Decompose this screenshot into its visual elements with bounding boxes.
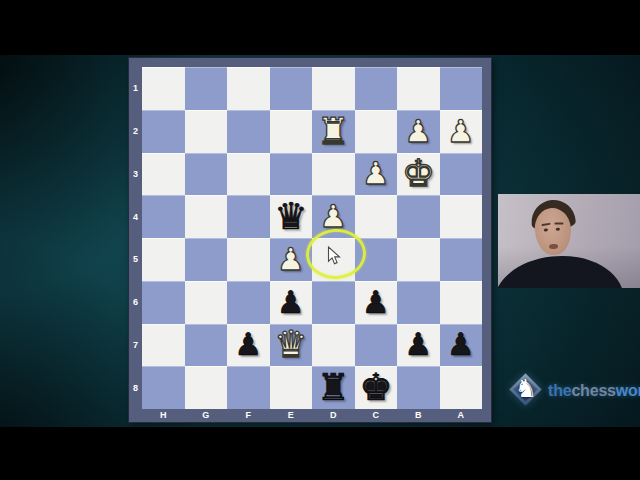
piece-black-king-c8[interactable]: ♚ xyxy=(359,369,392,406)
square-f2[interactable] xyxy=(227,110,270,153)
square-e8[interactable] xyxy=(270,366,313,409)
rank-label-6: 6 xyxy=(129,281,142,324)
square-h5[interactable] xyxy=(142,238,185,281)
brand-word-world: world xyxy=(616,382,640,399)
piece-white-pawn-d4[interactable]: ♟ xyxy=(319,201,347,232)
presenter-eyebrow xyxy=(554,223,563,225)
square-h7[interactable] xyxy=(142,324,185,367)
square-f4[interactable] xyxy=(227,195,270,238)
square-d8[interactable]: ♜ xyxy=(312,366,355,409)
piece-white-pawn-a2[interactable]: ♟ xyxy=(447,116,475,147)
rank-label-7: 7 xyxy=(129,324,142,367)
square-f3[interactable] xyxy=(227,153,270,196)
square-e6[interactable]: ♟ xyxy=(270,281,313,324)
square-c8[interactable]: ♚ xyxy=(355,366,398,409)
file-label-e: E xyxy=(270,409,313,422)
presenter-eye xyxy=(556,228,560,231)
square-c2[interactable] xyxy=(355,110,398,153)
rank-label-5: 5 xyxy=(129,238,142,281)
square-b6[interactable] xyxy=(397,281,440,324)
square-g6[interactable] xyxy=(185,281,228,324)
video-frame: 12345678 HGFEDCBA ♜♟♟♟♚♛♟♟♟♟♟♛♟♟♜♚ ♞ the… xyxy=(0,0,640,480)
square-c1[interactable] xyxy=(355,67,398,110)
presenter-eyebrow xyxy=(541,223,550,227)
file-label-a: A xyxy=(440,409,483,422)
square-d6[interactable] xyxy=(312,281,355,324)
brand-wordmark: thechessworld xyxy=(548,382,640,400)
square-h2[interactable] xyxy=(142,110,185,153)
square-a4[interactable] xyxy=(440,195,483,238)
square-d3[interactable] xyxy=(312,153,355,196)
webcam-video xyxy=(498,194,640,288)
square-g4[interactable] xyxy=(185,195,228,238)
piece-black-pawn-a7[interactable]: ♟ xyxy=(447,329,475,360)
square-g5[interactable] xyxy=(185,238,228,281)
square-g8[interactable] xyxy=(185,366,228,409)
square-b1[interactable] xyxy=(397,67,440,110)
square-f5[interactable] xyxy=(227,238,270,281)
square-g7[interactable] xyxy=(185,324,228,367)
square-e1[interactable] xyxy=(270,67,313,110)
piece-black-pawn-c6[interactable]: ♟ xyxy=(362,287,390,318)
piece-white-pawn-c3[interactable]: ♟ xyxy=(362,158,390,189)
square-d7[interactable] xyxy=(312,324,355,367)
square-h1[interactable] xyxy=(142,67,185,110)
rank-label-8: 8 xyxy=(129,366,142,409)
piece-white-pawn-b2[interactable]: ♟ xyxy=(404,116,432,147)
piece-black-pawn-b7[interactable]: ♟ xyxy=(404,329,432,360)
square-d2[interactable]: ♜ xyxy=(312,110,355,153)
piece-black-pawn-f7[interactable]: ♟ xyxy=(234,329,262,360)
presenter-mouth xyxy=(549,244,558,250)
piece-white-pawn-e5[interactable]: ♟ xyxy=(277,244,305,275)
square-g3[interactable] xyxy=(185,153,228,196)
square-c3[interactable]: ♟ xyxy=(355,153,398,196)
square-c6[interactable]: ♟ xyxy=(355,281,398,324)
square-b2[interactable]: ♟ xyxy=(397,110,440,153)
square-c7[interactable] xyxy=(355,324,398,367)
file-label-c: C xyxy=(355,409,398,422)
mouse-cursor xyxy=(327,246,341,266)
square-a6[interactable] xyxy=(440,281,483,324)
square-e3[interactable] xyxy=(270,153,313,196)
piece-white-queen-e7[interactable]: ♛ xyxy=(274,326,307,363)
rank-label-3: 3 xyxy=(129,153,142,196)
square-a1[interactable] xyxy=(440,67,483,110)
square-b7[interactable]: ♟ xyxy=(397,324,440,367)
square-h4[interactable] xyxy=(142,195,185,238)
square-a8[interactable] xyxy=(440,366,483,409)
brand-word-chess: chess xyxy=(571,382,615,399)
square-f8[interactable] xyxy=(227,366,270,409)
square-a5[interactable] xyxy=(440,238,483,281)
square-f7[interactable]: ♟ xyxy=(227,324,270,367)
square-a3[interactable] xyxy=(440,153,483,196)
square-b5[interactable] xyxy=(397,238,440,281)
square-b3[interactable]: ♚ xyxy=(397,153,440,196)
piece-black-pawn-e6[interactable]: ♟ xyxy=(277,287,305,318)
square-d1[interactable] xyxy=(312,67,355,110)
rank-label-4: 4 xyxy=(129,195,142,238)
file-label-f: F xyxy=(227,409,270,422)
square-e2[interactable] xyxy=(270,110,313,153)
rank-label-2: 2 xyxy=(129,110,142,153)
rank-labels: 12345678 xyxy=(129,67,142,409)
file-label-b: B xyxy=(397,409,440,422)
square-h6[interactable] xyxy=(142,281,185,324)
rank-label-1: 1 xyxy=(129,67,142,110)
square-h3[interactable] xyxy=(142,153,185,196)
knight-logo-icon: ♞ xyxy=(509,374,543,404)
square-a2[interactable]: ♟ xyxy=(440,110,483,153)
square-e7[interactable]: ♛ xyxy=(270,324,313,367)
file-label-d: D xyxy=(312,409,355,422)
file-label-h: H xyxy=(142,409,185,422)
piece-black-rook-d8[interactable]: ♜ xyxy=(317,369,350,406)
file-labels: HGFEDCBA xyxy=(142,409,482,422)
square-g1[interactable] xyxy=(185,67,228,110)
file-label-g: G xyxy=(185,409,228,422)
square-g2[interactable] xyxy=(185,110,228,153)
square-a7[interactable]: ♟ xyxy=(440,324,483,367)
presenter-eye xyxy=(544,228,548,231)
square-e4[interactable]: ♛ xyxy=(270,195,313,238)
brand-word-the: the xyxy=(548,382,571,399)
square-b8[interactable] xyxy=(397,366,440,409)
piece-black-queen-e4[interactable]: ♛ xyxy=(274,198,307,235)
square-c4[interactable] xyxy=(355,195,398,238)
piece-white-rook-d2[interactable]: ♜ xyxy=(317,113,350,150)
square-f6[interactable] xyxy=(227,281,270,324)
square-f1[interactable] xyxy=(227,67,270,110)
piece-white-king-b3[interactable]: ♚ xyxy=(402,155,435,192)
square-h8[interactable] xyxy=(142,366,185,409)
square-b4[interactable] xyxy=(397,195,440,238)
